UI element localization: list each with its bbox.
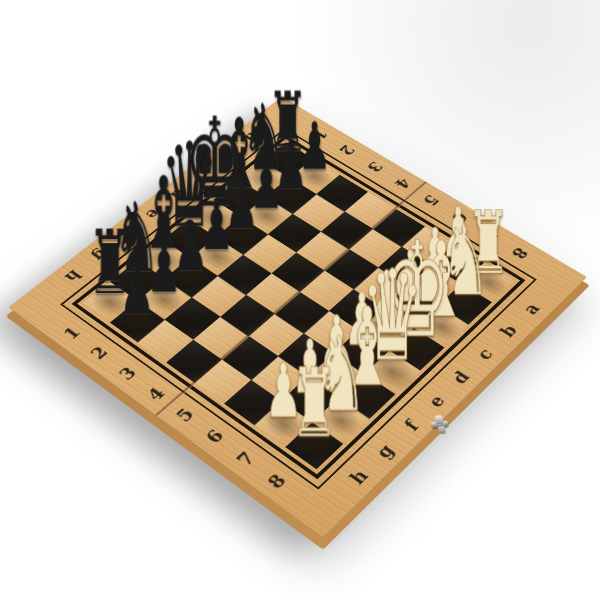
- rank-label-near-6: 6: [202, 427, 227, 447]
- rank-label-near-3: 3: [115, 364, 139, 382]
- white-rook-glyph: ♜: [290, 355, 338, 450]
- file-label-near-a: a: [519, 300, 542, 317]
- file-label-near-h: h: [346, 466, 372, 487]
- rank-label-near-4: 4: [144, 385, 168, 404]
- file-label-near-d: d: [448, 368, 472, 386]
- rank-label-near-8: 8: [264, 471, 289, 491]
- rank-label-far-5: 5: [420, 192, 442, 207]
- photo-canvas: ♜♞♝♚♛♝♞♜♟♟♟♟♟♟♟♟♟♟♟♟♟♟♟♟♜♞♝♚♛♝♞♜ 1122334…: [0, 0, 600, 600]
- rank-label-near-5: 5: [173, 405, 197, 424]
- file-label-near-b: b: [496, 322, 520, 340]
- black-pawn-glyph: ♟: [120, 254, 156, 325]
- file-label-near-e: e: [424, 392, 448, 410]
- rank-label-near-1: 1: [60, 324, 83, 342]
- rank-label-far-4: 4: [391, 175, 413, 190]
- rank-label-far-3: 3: [363, 159, 385, 174]
- file-label-near-f: f: [400, 418, 421, 434]
- file-label-near-c: c: [473, 345, 496, 362]
- rank-label-far-8: 8: [508, 245, 531, 261]
- board-surface: ♜♞♝♚♛♝♞♜♟♟♟♟♟♟♟♟♟♟♟♟♟♟♟♟♜♞♝♚♛♝♞♜ 1122334…: [8, 97, 586, 538]
- rank-label-far-2: 2: [336, 143, 357, 157]
- chess-board: ♜♞♝♚♛♝♞♜♟♟♟♟♟♟♟♟♟♟♟♟♟♟♟♟♜♞♝♚♛♝♞♜ 1122334…: [8, 97, 586, 538]
- clasp-tongue: [438, 426, 446, 434]
- rank-label-near-7: 7: [233, 449, 258, 469]
- perspective-scene: ♜♞♝♚♛♝♞♜♟♟♟♟♟♟♟♟♟♟♟♟♟♟♟♟♜♞♝♚♛♝♞♜ 1122334…: [0, 0, 600, 600]
- file-label-far-h: h: [61, 267, 84, 284]
- file-label-near-g: g: [372, 441, 397, 461]
- rank-label-near-2: 2: [87, 344, 111, 362]
